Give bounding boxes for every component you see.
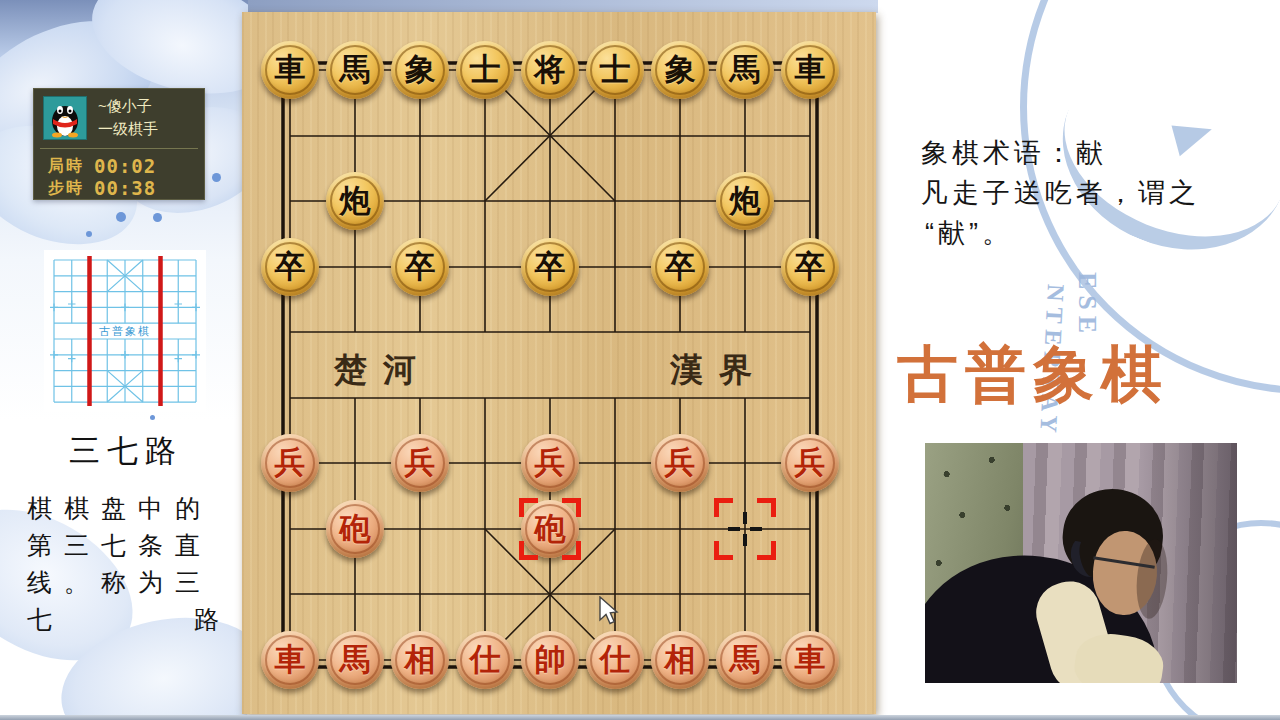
brand-title: 古普象棋: [897, 334, 1267, 416]
step-time-value: 00:38: [94, 177, 156, 199]
piece-red[interactable]: 車: [781, 631, 839, 689]
player-rank: 一级棋手: [98, 120, 158, 139]
piece-black[interactable]: 卒: [391, 238, 449, 296]
piece-red[interactable]: 車: [261, 631, 319, 689]
webcam-video: [925, 443, 1237, 683]
piece-red[interactable]: 兵: [521, 434, 579, 492]
piece-red[interactable]: 馬: [716, 631, 774, 689]
piece-red[interactable]: 馬: [326, 631, 384, 689]
term-heading: 三七路: [46, 430, 206, 472]
decor-dot: [150, 415, 155, 420]
decor-dot: [86, 231, 92, 237]
bottom-bar: [0, 715, 1280, 720]
piece-red[interactable]: 兵: [781, 434, 839, 492]
river-label-chu: 楚河: [334, 348, 432, 393]
game-time-label: 局時: [48, 156, 84, 177]
piece-red[interactable]: 仕: [586, 631, 644, 689]
piece-red[interactable]: 相: [651, 631, 709, 689]
description-char: 七: [27, 601, 52, 638]
mini-board-grid: 古普象棋: [44, 250, 206, 412]
piece-black[interactable]: 炮: [326, 172, 384, 230]
piece-red[interactable]: 砲: [326, 500, 384, 558]
piece-red[interactable]: 帥: [521, 631, 579, 689]
step-time-label: 步時: [48, 178, 84, 199]
piece-black[interactable]: 将: [521, 41, 579, 99]
watermark-letters: ESE: [1072, 272, 1102, 339]
piece-black[interactable]: 卒: [781, 238, 839, 296]
decor-dot: [212, 173, 221, 182]
decor-dot: [116, 212, 126, 222]
glossary-line: 凡走子送吃者，谓之: [921, 173, 1266, 213]
decor-dot: [153, 213, 162, 222]
piece-black[interactable]: 馬: [326, 41, 384, 99]
description-char: 路: [194, 601, 219, 638]
panel-divider: [40, 148, 198, 149]
piece-red[interactable]: 兵: [391, 434, 449, 492]
description-line: 第三七条直: [27, 527, 219, 564]
piece-red[interactable]: 仕: [456, 631, 514, 689]
description-line: 线。称为三: [27, 564, 219, 601]
piece-black[interactable]: 炮: [716, 172, 774, 230]
piece-red[interactable]: 兵: [261, 434, 319, 492]
player-panel: ~傻小子 一级棋手 局時 00:02 步時 00:38: [33, 88, 205, 200]
piece-red[interactable]: 相: [391, 631, 449, 689]
piece-black[interactable]: 車: [781, 41, 839, 99]
glossary-block: 象棋术语：献 凡走子送吃者，谓之 “献”。: [921, 133, 1266, 253]
game-time-value: 00:02: [94, 155, 156, 177]
term-description: 棋棋盘中的 第三七条直 线。称为三 七 路: [27, 490, 219, 638]
piece-black[interactable]: 象: [651, 41, 709, 99]
piece-red[interactable]: 砲: [521, 500, 579, 558]
player-avatar[interactable]: [43, 96, 87, 140]
piece-black[interactable]: 馬: [716, 41, 774, 99]
piece-black[interactable]: 士: [586, 41, 644, 99]
piece-black[interactable]: 卒: [521, 238, 579, 296]
river-label-han: 漢界: [670, 348, 768, 393]
description-line: 七 路: [27, 601, 219, 638]
piece-red[interactable]: 兵: [651, 434, 709, 492]
piece-black[interactable]: 士: [456, 41, 514, 99]
glossary-line: 象棋术语：献: [921, 133, 1266, 173]
qq-penguin-icon: [44, 97, 86, 139]
piece-black[interactable]: 象: [391, 41, 449, 99]
piece-black[interactable]: 車: [261, 41, 319, 99]
player-name: ~傻小子: [98, 97, 152, 116]
glossary-line: “献”。: [921, 213, 1266, 253]
piece-black[interactable]: 卒: [651, 238, 709, 296]
mini-board-diagram: 古普象棋: [44, 250, 206, 412]
piece-black[interactable]: 卒: [261, 238, 319, 296]
mini-board-caption: 古普象棋: [99, 325, 151, 337]
xiangqi-board[interactable]: 楚河 漢界 車馬象士将士象馬車炮炮卒卒卒卒卒兵兵兵兵兵砲砲車馬相仕帥仕相馬車: [242, 12, 876, 714]
description-line: 棋棋盘中的: [27, 490, 219, 527]
mouse-cursor: [598, 596, 620, 626]
